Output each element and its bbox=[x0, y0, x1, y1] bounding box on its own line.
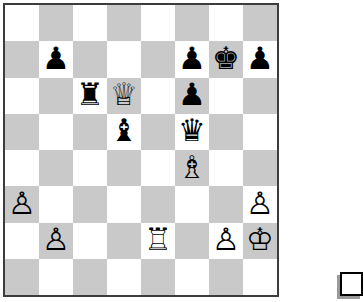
black-pawn[interactable]: ♟ bbox=[178, 79, 206, 110]
square-e4[interactable] bbox=[141, 150, 175, 186]
square-e3[interactable] bbox=[141, 186, 175, 222]
square-c7[interactable] bbox=[73, 41, 107, 77]
square-f1[interactable] bbox=[175, 259, 209, 295]
square-e5[interactable] bbox=[141, 114, 175, 150]
square-g1[interactable] bbox=[209, 259, 243, 295]
white-pawn[interactable]: ♙ bbox=[8, 188, 36, 219]
square-h2[interactable]: ♔ bbox=[243, 223, 277, 259]
square-c1[interactable] bbox=[73, 259, 107, 295]
white-king[interactable]: ♔ bbox=[246, 224, 274, 255]
square-h8[interactable] bbox=[243, 5, 277, 41]
square-e8[interactable] bbox=[141, 5, 175, 41]
black-pawn[interactable]: ♟ bbox=[178, 43, 206, 74]
square-d2[interactable] bbox=[107, 223, 141, 259]
square-a3[interactable]: ♙ bbox=[5, 186, 39, 222]
square-c3[interactable] bbox=[73, 186, 107, 222]
white-bishop[interactable]: ♗ bbox=[178, 152, 206, 183]
square-f3[interactable] bbox=[175, 186, 209, 222]
square-d1[interactable] bbox=[107, 259, 141, 295]
square-e2[interactable]: ♖ bbox=[141, 223, 175, 259]
square-h4[interactable] bbox=[243, 150, 277, 186]
square-c4[interactable] bbox=[73, 150, 107, 186]
black-pawn[interactable]: ♟ bbox=[246, 43, 274, 74]
square-g8[interactable] bbox=[209, 5, 243, 41]
square-b2[interactable]: ♙ bbox=[39, 223, 73, 259]
square-f6[interactable]: ♟ bbox=[175, 78, 209, 114]
square-g3[interactable] bbox=[209, 186, 243, 222]
chess-board: ♟♟♚♟♜♕♟♝♛♗♙♙♙♖♙♔ bbox=[3, 3, 279, 297]
square-b4[interactable] bbox=[39, 150, 73, 186]
square-f5[interactable]: ♛ bbox=[175, 114, 209, 150]
square-h5[interactable] bbox=[243, 114, 277, 150]
black-queen[interactable]: ♛ bbox=[178, 115, 206, 146]
square-b7[interactable]: ♟ bbox=[39, 41, 73, 77]
square-d6[interactable]: ♕ bbox=[107, 78, 141, 114]
square-d3[interactable] bbox=[107, 186, 141, 222]
chess-diagram: ♟♟♚♟♜♕♟♝♛♗♙♙♙♖♙♔ bbox=[0, 0, 364, 302]
square-g5[interactable] bbox=[209, 114, 243, 150]
square-g2[interactable]: ♙ bbox=[209, 223, 243, 259]
square-a2[interactable] bbox=[5, 223, 39, 259]
square-f7[interactable]: ♟ bbox=[175, 41, 209, 77]
square-d5[interactable]: ♝ bbox=[107, 114, 141, 150]
square-e1[interactable] bbox=[141, 259, 175, 295]
square-b5[interactable] bbox=[39, 114, 73, 150]
square-d8[interactable] bbox=[107, 5, 141, 41]
square-a8[interactable] bbox=[5, 5, 39, 41]
white-pawn[interactable]: ♙ bbox=[42, 224, 70, 255]
square-a7[interactable] bbox=[5, 41, 39, 77]
white-to-move-indicator bbox=[340, 272, 363, 296]
white-queen[interactable]: ♕ bbox=[110, 79, 138, 110]
square-c5[interactable] bbox=[73, 114, 107, 150]
square-f2[interactable] bbox=[175, 223, 209, 259]
square-a4[interactable] bbox=[5, 150, 39, 186]
square-a6[interactable] bbox=[5, 78, 39, 114]
black-pawn[interactable]: ♟ bbox=[42, 43, 70, 74]
square-e7[interactable] bbox=[141, 41, 175, 77]
square-e6[interactable] bbox=[141, 78, 175, 114]
square-b3[interactable] bbox=[39, 186, 73, 222]
square-a5[interactable] bbox=[5, 114, 39, 150]
square-d7[interactable] bbox=[107, 41, 141, 77]
square-b8[interactable] bbox=[39, 5, 73, 41]
black-king[interactable]: ♚ bbox=[212, 43, 240, 74]
square-g4[interactable] bbox=[209, 150, 243, 186]
square-c2[interactable] bbox=[73, 223, 107, 259]
white-pawn[interactable]: ♙ bbox=[246, 188, 274, 219]
square-g6[interactable] bbox=[209, 78, 243, 114]
square-h3[interactable]: ♙ bbox=[243, 186, 277, 222]
square-h7[interactable]: ♟ bbox=[243, 41, 277, 77]
square-a1[interactable] bbox=[5, 259, 39, 295]
square-h1[interactable] bbox=[243, 259, 277, 295]
square-f8[interactable] bbox=[175, 5, 209, 41]
square-b6[interactable] bbox=[39, 78, 73, 114]
black-rook[interactable]: ♜ bbox=[76, 79, 104, 110]
square-g7[interactable]: ♚ bbox=[209, 41, 243, 77]
square-f4[interactable]: ♗ bbox=[175, 150, 209, 186]
square-b1[interactable] bbox=[39, 259, 73, 295]
square-c6[interactable]: ♜ bbox=[73, 78, 107, 114]
square-c8[interactable] bbox=[73, 5, 107, 41]
white-pawn[interactable]: ♙ bbox=[212, 224, 240, 255]
square-d4[interactable] bbox=[107, 150, 141, 186]
white-rook[interactable]: ♖ bbox=[144, 224, 172, 255]
black-bishop[interactable]: ♝ bbox=[110, 115, 138, 146]
square-h6[interactable] bbox=[243, 78, 277, 114]
